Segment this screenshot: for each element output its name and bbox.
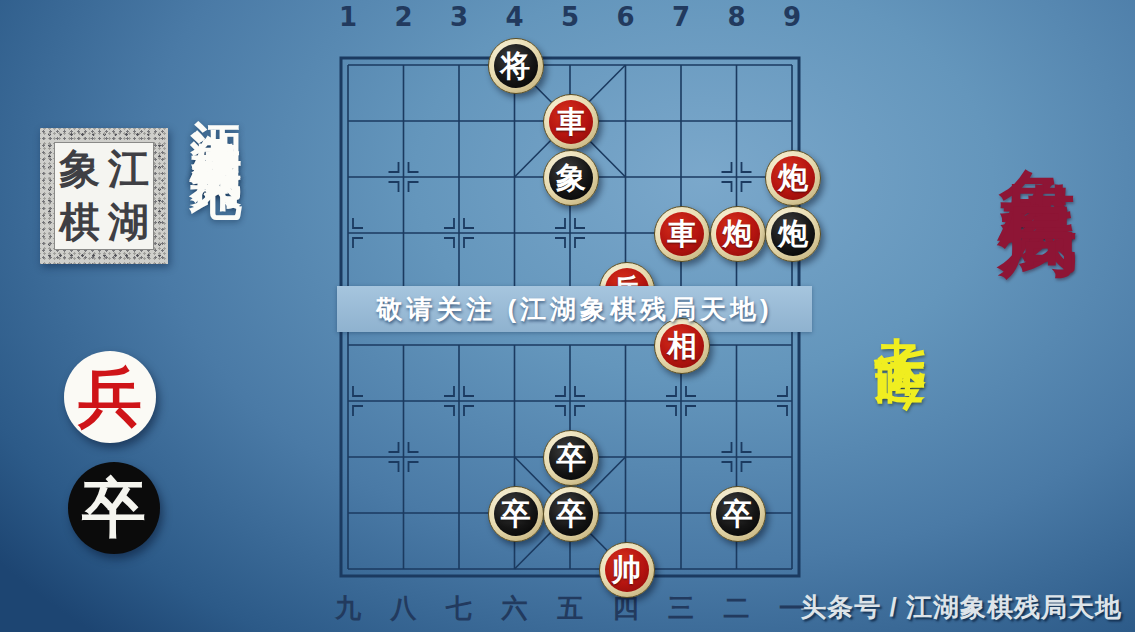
piece-black-象: 象 <box>543 150 599 206</box>
piece-glyph: 卒 <box>556 499 586 529</box>
piece-face: 卒 <box>494 492 538 536</box>
file-label-bottom: 八 <box>391 595 417 621</box>
credit-line: 头条号 / 江湖象棋残局天地 <box>800 590 1122 625</box>
piece-red-車: 車 <box>543 94 599 150</box>
piece-black-卒: 卒 <box>488 486 544 542</box>
file-label-bottom: 四 <box>613 595 639 621</box>
thumbnail-canvas: 象江棋湖 江湖象棋残局天地 兵 卒 敬请关注 (江湖象棋残局天地) 象棋残局 七… <box>0 0 1135 632</box>
piece-glyph: 炮 <box>778 219 808 249</box>
piece-glyph: 卒 <box>723 499 753 529</box>
piece-red-炮: 炮 <box>765 150 821 206</box>
seal-logo-inner: 象江棋湖 <box>54 142 154 250</box>
piece-face: 炮 <box>771 212 815 256</box>
piece-face: 卒 <box>549 436 593 480</box>
file-label-top: 2 <box>394 4 412 30</box>
piece-glyph: 車 <box>556 107 586 137</box>
right-vertical-subtitle: 七子连吟 <box>866 296 935 541</box>
piece-glyph: 炮 <box>723 219 753 249</box>
file-label-top: 4 <box>505 4 523 30</box>
decor-red-soldier-disc: 兵 <box>64 351 156 443</box>
file-label-bottom: 九 <box>335 595 361 621</box>
piece-glyph: 車 <box>667 219 697 249</box>
file-label-top: 1 <box>339 4 357 30</box>
piece-black-卒: 卒 <box>543 430 599 486</box>
piece-black-炮: 炮 <box>765 206 821 262</box>
piece-face: 象 <box>549 156 593 200</box>
piece-face: 将 <box>494 44 538 88</box>
piece-black-卒: 卒 <box>710 486 766 542</box>
piece-face: 帅 <box>605 548 649 592</box>
file-label-top: 7 <box>672 4 690 30</box>
piece-face: 炮 <box>771 156 815 200</box>
piece-glyph: 帅 <box>612 555 642 585</box>
file-label-bottom: 三 <box>668 595 694 621</box>
file-label-bottom: 七 <box>446 595 472 621</box>
left-vertical-title: 江湖象棋残局天地 <box>182 80 251 575</box>
file-label-top: 9 <box>783 4 801 30</box>
piece-red-帅: 帅 <box>599 542 655 598</box>
piece-glyph: 将 <box>501 51 531 81</box>
piece-face: 車 <box>660 212 704 256</box>
river-banner-text: 敬请关注 (江湖象棋残局天地) <box>337 286 812 332</box>
piece-face: 卒 <box>549 492 593 536</box>
piece-face: 車 <box>549 100 593 144</box>
file-label-bottom: 一 <box>779 595 805 621</box>
seal-logo: 象江棋湖 <box>40 128 168 264</box>
file-label-top: 6 <box>616 4 634 30</box>
file-label-top: 5 <box>561 4 579 30</box>
file-label-top: 8 <box>727 4 745 30</box>
piece-face: 炮 <box>716 212 760 256</box>
seal-logo-char: 湖 <box>104 196 153 249</box>
piece-red-車: 車 <box>654 206 710 262</box>
piece-glyph: 卒 <box>501 499 531 529</box>
file-label-top: 3 <box>450 4 468 30</box>
piece-black-将: 将 <box>488 38 544 94</box>
seal-logo-char: 棋 <box>55 196 104 249</box>
piece-red-炮: 炮 <box>710 206 766 262</box>
file-label-bottom: 六 <box>502 595 528 621</box>
seal-logo-char: 象 <box>55 143 104 196</box>
piece-glyph: 卒 <box>556 443 586 473</box>
seal-logo-char: 江 <box>104 143 153 196</box>
piece-glyph: 炮 <box>778 163 808 193</box>
piece-black-卒: 卒 <box>543 486 599 542</box>
piece-face: 卒 <box>716 492 760 536</box>
file-label-bottom: 二 <box>724 595 750 621</box>
right-vertical-title: 象棋残局 <box>986 106 1091 486</box>
file-label-bottom: 五 <box>557 595 583 621</box>
piece-glyph: 象 <box>556 163 586 193</box>
piece-glyph: 相 <box>667 331 697 361</box>
decor-black-soldier-disc: 卒 <box>68 462 160 554</box>
